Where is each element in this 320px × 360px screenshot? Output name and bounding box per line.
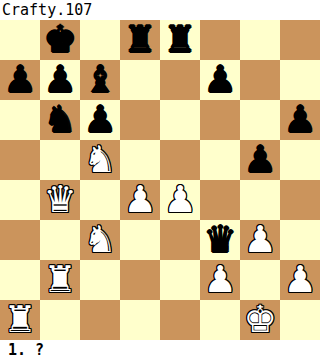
black-rook-piece[interactable]: ♜ bbox=[123, 20, 156, 60]
square-c1[interactable] bbox=[80, 300, 120, 340]
square-d8[interactable]: ♜ bbox=[120, 20, 160, 60]
square-g8[interactable] bbox=[240, 20, 280, 60]
square-b3[interactable] bbox=[40, 220, 80, 260]
square-d2[interactable] bbox=[120, 260, 160, 300]
square-a7[interactable]: ♟ bbox=[0, 60, 40, 100]
square-c6[interactable]: ♟ bbox=[80, 100, 120, 140]
square-f7[interactable]: ♟ bbox=[200, 60, 240, 100]
square-f3[interactable]: ♛ bbox=[200, 220, 240, 260]
black-king-piece[interactable]: ♚ bbox=[43, 20, 76, 60]
square-c8[interactable] bbox=[80, 20, 120, 60]
white-pawn-piece[interactable]: ♟ bbox=[283, 260, 316, 300]
white-queen-piece[interactable]: ♛ bbox=[43, 180, 76, 220]
square-f4[interactable] bbox=[200, 180, 240, 220]
square-b6[interactable]: ♞ bbox=[40, 100, 80, 140]
square-g7[interactable] bbox=[240, 60, 280, 100]
square-h2[interactable]: ♟ bbox=[280, 260, 320, 300]
square-g6[interactable] bbox=[240, 100, 280, 140]
square-a1[interactable]: ♜ bbox=[0, 300, 40, 340]
square-d3[interactable] bbox=[120, 220, 160, 260]
white-rook-piece[interactable]: ♜ bbox=[43, 260, 76, 300]
square-c5[interactable]: ♞ bbox=[80, 140, 120, 180]
square-g5[interactable]: ♟ bbox=[240, 140, 280, 180]
square-c4[interactable] bbox=[80, 180, 120, 220]
square-h3[interactable] bbox=[280, 220, 320, 260]
square-h8[interactable] bbox=[280, 20, 320, 60]
chess-board: ♚♜♜♟♟♝♟♞♟♟♞♟♛♟♟♞♛♟♜♟♟♜♚ bbox=[0, 20, 320, 340]
square-g1[interactable]: ♚ bbox=[240, 300, 280, 340]
square-h1[interactable] bbox=[280, 300, 320, 340]
white-rook-piece[interactable]: ♜ bbox=[3, 300, 36, 340]
black-pawn-piece[interactable]: ♟ bbox=[203, 60, 236, 100]
white-knight-piece[interactable]: ♞ bbox=[83, 220, 116, 260]
square-d4[interactable]: ♟ bbox=[120, 180, 160, 220]
square-e7[interactable] bbox=[160, 60, 200, 100]
white-pawn-piece[interactable]: ♟ bbox=[243, 220, 276, 260]
black-knight-piece[interactable]: ♞ bbox=[43, 100, 76, 140]
white-king-piece[interactable]: ♚ bbox=[243, 300, 276, 340]
square-h6[interactable]: ♟ bbox=[280, 100, 320, 140]
square-d7[interactable] bbox=[120, 60, 160, 100]
white-pawn-piece[interactable]: ♟ bbox=[163, 180, 196, 220]
square-g4[interactable] bbox=[240, 180, 280, 220]
square-f2[interactable]: ♟ bbox=[200, 260, 240, 300]
white-pawn-piece[interactable]: ♟ bbox=[203, 260, 236, 300]
square-e6[interactable] bbox=[160, 100, 200, 140]
square-h7[interactable] bbox=[280, 60, 320, 100]
square-f5[interactable] bbox=[200, 140, 240, 180]
white-knight-piece[interactable]: ♞ bbox=[83, 140, 116, 180]
square-h5[interactable] bbox=[280, 140, 320, 180]
black-pawn-piece[interactable]: ♟ bbox=[3, 60, 36, 100]
square-e1[interactable] bbox=[160, 300, 200, 340]
square-g3[interactable]: ♟ bbox=[240, 220, 280, 260]
black-pawn-piece[interactable]: ♟ bbox=[243, 140, 276, 180]
square-b8[interactable]: ♚ bbox=[40, 20, 80, 60]
square-e8[interactable]: ♜ bbox=[160, 20, 200, 60]
square-b4[interactable]: ♛ bbox=[40, 180, 80, 220]
square-a4[interactable] bbox=[0, 180, 40, 220]
square-a6[interactable] bbox=[0, 100, 40, 140]
square-f8[interactable] bbox=[200, 20, 240, 60]
square-f6[interactable] bbox=[200, 100, 240, 140]
black-pawn-piece[interactable]: ♟ bbox=[283, 100, 316, 140]
black-bishop-piece[interactable]: ♝ bbox=[83, 60, 116, 100]
move-prompt: 1. ? bbox=[0, 340, 320, 360]
square-d6[interactable] bbox=[120, 100, 160, 140]
xboard-window: Crafty.107 ♚♜♜♟♟♝♟♞♟♟♞♟♛♟♟♞♛♟♜♟♟♜♚ 1. ? bbox=[0, 0, 320, 360]
square-a2[interactable] bbox=[0, 260, 40, 300]
square-a8[interactable] bbox=[0, 20, 40, 60]
black-rook-piece[interactable]: ♜ bbox=[163, 20, 196, 60]
square-c3[interactable]: ♞ bbox=[80, 220, 120, 260]
square-c2[interactable] bbox=[80, 260, 120, 300]
square-a5[interactable] bbox=[0, 140, 40, 180]
square-e2[interactable] bbox=[160, 260, 200, 300]
square-f1[interactable] bbox=[200, 300, 240, 340]
black-pawn-piece[interactable]: ♟ bbox=[43, 60, 76, 100]
square-h4[interactable] bbox=[280, 180, 320, 220]
square-b7[interactable]: ♟ bbox=[40, 60, 80, 100]
square-e4[interactable]: ♟ bbox=[160, 180, 200, 220]
square-g2[interactable] bbox=[240, 260, 280, 300]
window-title: Crafty.107 bbox=[0, 0, 320, 20]
square-a3[interactable] bbox=[0, 220, 40, 260]
square-c7[interactable]: ♝ bbox=[80, 60, 120, 100]
square-b5[interactable] bbox=[40, 140, 80, 180]
square-d5[interactable] bbox=[120, 140, 160, 180]
square-d1[interactable] bbox=[120, 300, 160, 340]
square-e5[interactable] bbox=[160, 140, 200, 180]
square-e3[interactable] bbox=[160, 220, 200, 260]
square-b1[interactable] bbox=[40, 300, 80, 340]
white-pawn-piece[interactable]: ♟ bbox=[123, 180, 156, 220]
black-queen-piece[interactable]: ♛ bbox=[203, 220, 236, 260]
black-pawn-piece[interactable]: ♟ bbox=[83, 100, 116, 140]
square-b2[interactable]: ♜ bbox=[40, 260, 80, 300]
